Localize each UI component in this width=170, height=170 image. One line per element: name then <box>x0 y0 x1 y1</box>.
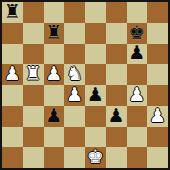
square-c1[interactable] <box>44 147 65 168</box>
square-d7[interactable] <box>64 23 85 44</box>
square-h3[interactable]: ♟ <box>147 106 168 127</box>
white-pawn-icon: ♟ <box>66 85 83 104</box>
square-a5[interactable]: ♟ <box>2 64 23 85</box>
square-f5[interactable] <box>106 64 127 85</box>
square-g4[interactable]: ♟ <box>127 85 148 106</box>
square-b3[interactable] <box>23 106 44 127</box>
square-a1[interactable] <box>2 147 23 168</box>
black-pawn-icon: ♟ <box>108 106 125 125</box>
square-c8[interactable] <box>44 2 65 23</box>
square-c6[interactable] <box>44 44 65 65</box>
square-g3[interactable] <box>127 106 148 127</box>
square-f6[interactable] <box>106 44 127 65</box>
square-b7[interactable] <box>23 23 44 44</box>
square-b2[interactable] <box>23 127 44 148</box>
square-h5[interactable] <box>147 64 168 85</box>
square-e4[interactable]: ♟ <box>85 85 106 106</box>
white-pawn-icon: ♟ <box>128 85 145 104</box>
chess-board: ♜♜♚♟♟♜♟♞♟♟♟♟♟♟♚ <box>0 0 170 170</box>
square-a8[interactable]: ♜ <box>2 2 23 23</box>
square-f2[interactable] <box>106 127 127 148</box>
square-d1[interactable] <box>64 147 85 168</box>
square-f4[interactable] <box>106 85 127 106</box>
square-e2[interactable] <box>85 127 106 148</box>
square-e7[interactable] <box>85 23 106 44</box>
square-e6[interactable] <box>85 44 106 65</box>
square-d3[interactable] <box>64 106 85 127</box>
black-pawn-icon: ♟ <box>87 85 104 104</box>
square-d6[interactable] <box>64 44 85 65</box>
square-g5[interactable] <box>127 64 148 85</box>
white-king-icon: ♚ <box>87 147 104 166</box>
square-c5[interactable]: ♟ <box>44 64 65 85</box>
black-king-icon: ♚ <box>128 23 145 42</box>
square-e1[interactable]: ♚ <box>85 147 106 168</box>
square-h6[interactable] <box>147 44 168 65</box>
square-h1[interactable] <box>147 147 168 168</box>
square-g1[interactable] <box>127 147 148 168</box>
square-f8[interactable] <box>106 2 127 23</box>
square-c4[interactable] <box>44 85 65 106</box>
square-d5[interactable]: ♞ <box>64 64 85 85</box>
square-b1[interactable] <box>23 147 44 168</box>
square-g7[interactable]: ♚ <box>127 23 148 44</box>
square-b6[interactable] <box>23 44 44 65</box>
square-e8[interactable] <box>85 2 106 23</box>
square-b8[interactable] <box>23 2 44 23</box>
square-a4[interactable] <box>2 85 23 106</box>
square-b5[interactable]: ♜ <box>23 64 44 85</box>
square-d2[interactable] <box>64 127 85 148</box>
square-c3[interactable]: ♟ <box>44 106 65 127</box>
square-a2[interactable] <box>2 127 23 148</box>
white-pawn-icon: ♟ <box>149 106 166 125</box>
square-d4[interactable]: ♟ <box>64 85 85 106</box>
white-rook-icon: ♜ <box>25 64 42 83</box>
square-d8[interactable] <box>64 2 85 23</box>
black-rook-icon: ♜ <box>4 2 21 21</box>
square-h8[interactable] <box>147 2 168 23</box>
white-pawn-icon: ♟ <box>4 64 21 83</box>
square-a6[interactable] <box>2 44 23 65</box>
square-c2[interactable] <box>44 127 65 148</box>
square-a3[interactable] <box>2 106 23 127</box>
square-c7[interactable]: ♜ <box>44 23 65 44</box>
black-pawn-icon: ♟ <box>128 44 145 63</box>
white-pawn-icon: ♟ <box>45 64 62 83</box>
white-knight-icon: ♞ <box>66 64 83 83</box>
square-g6[interactable]: ♟ <box>127 44 148 65</box>
square-f3[interactable]: ♟ <box>106 106 127 127</box>
square-g8[interactable] <box>127 2 148 23</box>
square-h2[interactable] <box>147 127 168 148</box>
square-b4[interactable] <box>23 85 44 106</box>
black-pawn-icon: ♟ <box>45 106 62 125</box>
black-rook-icon: ♜ <box>45 23 62 42</box>
square-h4[interactable] <box>147 85 168 106</box>
square-f7[interactable] <box>106 23 127 44</box>
square-e5[interactable] <box>85 64 106 85</box>
square-f1[interactable] <box>106 147 127 168</box>
square-e3[interactable] <box>85 106 106 127</box>
square-g2[interactable] <box>127 127 148 148</box>
square-h7[interactable] <box>147 23 168 44</box>
square-a7[interactable] <box>2 23 23 44</box>
